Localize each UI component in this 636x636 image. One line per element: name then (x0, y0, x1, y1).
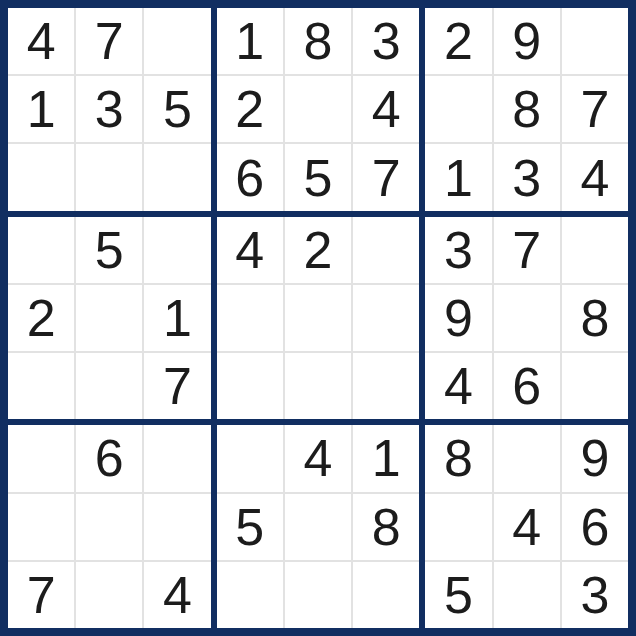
cell-digit: 3 (372, 15, 401, 67)
cell-digit: 8 (512, 83, 541, 135)
cell-r3c4[interactable]: 6 (217, 144, 283, 210)
cell-digit: 5 (95, 224, 124, 276)
cell-r4c8[interactable]: 7 (494, 217, 560, 283)
cell-r3c3[interactable] (144, 144, 210, 210)
cell-digit: 4 (235, 224, 264, 276)
cell-digit: 9 (444, 292, 473, 344)
cell-r8c8[interactable]: 4 (494, 494, 560, 560)
cell-r6c6[interactable] (353, 353, 419, 419)
cell-r8c7[interactable] (425, 494, 491, 560)
cell-r2c7[interactable] (425, 76, 491, 142)
cell-r8c2[interactable] (76, 494, 142, 560)
sudoku-board: 4713518324657298713452174237984667441588… (0, 0, 636, 636)
cell-digit: 1 (444, 152, 473, 204)
cell-r7c8[interactable] (494, 425, 560, 491)
cell-r2c1[interactable]: 1 (8, 76, 74, 142)
cell-r1c2[interactable]: 7 (76, 8, 142, 74)
cell-r7c2[interactable]: 6 (76, 425, 142, 491)
cell-r8c4[interactable]: 5 (217, 494, 283, 560)
cell-digit: 7 (372, 152, 401, 204)
cell-digit: 8 (580, 292, 609, 344)
cell-r4c2[interactable]: 5 (76, 217, 142, 283)
cell-r8c3[interactable] (144, 494, 210, 560)
cell-r9c4[interactable] (217, 562, 283, 628)
cell-r7c7[interactable]: 8 (425, 425, 491, 491)
cell-r1c9[interactable] (562, 8, 628, 74)
cell-digit: 4 (163, 569, 192, 621)
cell-digit: 6 (95, 432, 124, 484)
box-3-3: 894653 (425, 425, 628, 628)
cell-r1c3[interactable] (144, 8, 210, 74)
cell-r2c2[interactable]: 3 (76, 76, 142, 142)
cell-digit: 6 (512, 360, 541, 412)
cell-digit: 9 (512, 15, 541, 67)
cell-r4c7[interactable]: 3 (425, 217, 491, 283)
cell-digit: 7 (163, 360, 192, 412)
cell-digit: 7 (27, 569, 56, 621)
cell-r9c6[interactable] (353, 562, 419, 628)
cell-digit: 3 (444, 224, 473, 276)
cell-digit: 7 (95, 15, 124, 67)
cell-r9c9[interactable]: 3 (562, 562, 628, 628)
cell-r5c1[interactable]: 2 (8, 285, 74, 351)
cell-r7c3[interactable] (144, 425, 210, 491)
cell-r6c1[interactable] (8, 353, 74, 419)
box-1-1: 47135 (8, 8, 211, 211)
cell-digit: 2 (444, 15, 473, 67)
cell-r4c5[interactable]: 2 (285, 217, 351, 283)
cell-r8c1[interactable] (8, 494, 74, 560)
cell-digit: 5 (444, 569, 473, 621)
cell-digit: 8 (372, 501, 401, 553)
cell-r6c3[interactable]: 7 (144, 353, 210, 419)
cell-r4c9[interactable] (562, 217, 628, 283)
cell-digit: 3 (512, 152, 541, 204)
cell-r5c6[interactable] (353, 285, 419, 351)
cell-r5c4[interactable] (217, 285, 283, 351)
cell-digit: 8 (444, 432, 473, 484)
box-2-3: 379846 (425, 217, 628, 420)
cell-r3c6[interactable]: 7 (353, 144, 419, 210)
box-3-1: 674 (8, 425, 211, 628)
cell-r5c2[interactable] (76, 285, 142, 351)
cell-digit: 6 (580, 501, 609, 553)
cell-r6c2[interactable] (76, 353, 142, 419)
box-2-2: 42 (217, 217, 420, 420)
cell-r3c7[interactable]: 1 (425, 144, 491, 210)
cell-r1c7[interactable]: 2 (425, 8, 491, 74)
cell-r7c5[interactable]: 4 (285, 425, 351, 491)
cell-digit: 5 (235, 501, 264, 553)
cell-r8c6[interactable]: 8 (353, 494, 419, 560)
cell-r4c1[interactable] (8, 217, 74, 283)
cell-r3c9[interactable]: 4 (562, 144, 628, 210)
cell-r6c9[interactable] (562, 353, 628, 419)
cell-r4c3[interactable] (144, 217, 210, 283)
cell-r9c5[interactable] (285, 562, 351, 628)
cell-digit: 7 (512, 224, 541, 276)
cell-r1c5[interactable]: 8 (285, 8, 351, 74)
cell-digit: 4 (372, 83, 401, 135)
cell-r2c3[interactable]: 5 (144, 76, 210, 142)
cell-digit: 4 (27, 15, 56, 67)
cell-r5c8[interactable] (494, 285, 560, 351)
cell-digit: 3 (580, 569, 609, 621)
cell-digit: 5 (304, 152, 333, 204)
cell-r9c2[interactable] (76, 562, 142, 628)
cell-r5c7[interactable]: 9 (425, 285, 491, 351)
cell-r7c6[interactable]: 1 (353, 425, 419, 491)
cell-r9c3[interactable]: 4 (144, 562, 210, 628)
cell-r3c8[interactable]: 3 (494, 144, 560, 210)
cell-r6c4[interactable] (217, 353, 283, 419)
cell-r3c2[interactable] (76, 144, 142, 210)
cell-digit: 2 (304, 224, 333, 276)
cell-r2c8[interactable]: 8 (494, 76, 560, 142)
cell-r1c4[interactable]: 1 (217, 8, 283, 74)
cell-digit: 9 (580, 432, 609, 484)
cell-digit: 4 (444, 360, 473, 412)
cell-r9c7[interactable]: 5 (425, 562, 491, 628)
cell-digit: 1 (235, 15, 264, 67)
cell-digit: 1 (372, 432, 401, 484)
box-1-3: 2987134 (425, 8, 628, 211)
cell-r1c8[interactable]: 9 (494, 8, 560, 74)
cell-r9c1[interactable]: 7 (8, 562, 74, 628)
cell-r8c5[interactable] (285, 494, 351, 560)
cell-r5c3[interactable]: 1 (144, 285, 210, 351)
cell-r2c6[interactable]: 4 (353, 76, 419, 142)
cell-digit: 1 (27, 83, 56, 135)
cell-r1c6[interactable]: 3 (353, 8, 419, 74)
cell-r8c9[interactable]: 6 (562, 494, 628, 560)
cell-r4c6[interactable] (353, 217, 419, 283)
box-1-2: 18324657 (217, 8, 420, 211)
cell-digit: 7 (580, 83, 609, 135)
cell-r6c7[interactable]: 4 (425, 353, 491, 419)
cell-r7c1[interactable] (8, 425, 74, 491)
cell-digit: 4 (580, 152, 609, 204)
cell-r6c5[interactable] (285, 353, 351, 419)
cell-digit: 6 (235, 152, 264, 204)
cell-digit: 3 (95, 83, 124, 135)
cell-r5c9[interactable]: 8 (562, 285, 628, 351)
box-3-2: 4158 (217, 425, 420, 628)
cell-digit: 2 (235, 83, 264, 135)
cell-digit: 5 (163, 83, 192, 135)
cell-r9c8[interactable] (494, 562, 560, 628)
cell-r1c1[interactable]: 4 (8, 8, 74, 74)
cell-r2c9[interactable]: 7 (562, 76, 628, 142)
cell-r4c4[interactable]: 4 (217, 217, 283, 283)
cell-digit: 8 (304, 15, 333, 67)
box-2-1: 5217 (8, 217, 211, 420)
cell-r3c5[interactable]: 5 (285, 144, 351, 210)
cell-r7c4[interactable] (217, 425, 283, 491)
cell-r2c5[interactable] (285, 76, 351, 142)
cell-digit: 4 (304, 432, 333, 484)
cell-r7c9[interactable]: 9 (562, 425, 628, 491)
cell-digit: 2 (27, 292, 56, 344)
cell-r6c8[interactable]: 6 (494, 353, 560, 419)
cell-digit: 1 (163, 292, 192, 344)
cell-digit: 4 (512, 501, 541, 553)
cell-r3c1[interactable] (8, 144, 74, 210)
cell-r2c4[interactable]: 2 (217, 76, 283, 142)
cell-r5c5[interactable] (285, 285, 351, 351)
